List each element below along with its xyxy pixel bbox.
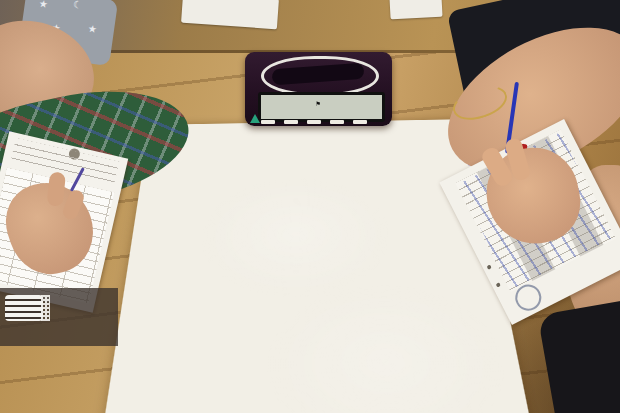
- clock-buttons: [261, 120, 376, 124]
- irna-watermark: [0, 288, 118, 346]
- clock-rocker-ring: [261, 56, 379, 96]
- tournament-photo: ⚑ ★☾ ★★: [0, 0, 620, 413]
- clock-rocker-lever: [272, 63, 365, 85]
- irna-logo-icon: [5, 295, 43, 321]
- flag-icon: ⚑: [316, 100, 320, 108]
- clock-display: ⚑: [258, 92, 385, 122]
- clock-brand-logo: [250, 114, 260, 123]
- far-paper: [389, 0, 442, 19]
- chess-clock: ⚑: [245, 52, 392, 126]
